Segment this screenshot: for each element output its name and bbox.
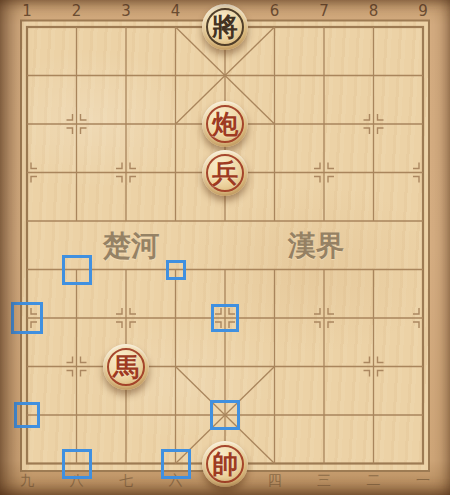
highlight-square-4-9[interactable] bbox=[161, 449, 191, 479]
river-text-han-jie: 漢界 bbox=[288, 227, 344, 265]
piece-character: 兵 bbox=[202, 150, 248, 196]
highlight-square-5-6[interactable] bbox=[211, 304, 239, 332]
red-general[interactable]: 帥 bbox=[202, 441, 248, 487]
river-label-left: 楚河 bbox=[103, 227, 159, 265]
river-text-chu-he: 楚河 bbox=[103, 227, 159, 265]
highlight-square-2-9[interactable] bbox=[62, 449, 92, 479]
xiangqi-board-screen: 123456789 楚河 漢界 將炮兵馬帥 九八七六五四三二一 bbox=[0, 0, 450, 495]
red-horse[interactable]: 馬 bbox=[103, 344, 149, 390]
highlight-square-4-5[interactable] bbox=[166, 260, 186, 280]
highlight-square-5-8[interactable] bbox=[210, 400, 240, 430]
highlight-square-1-6[interactable] bbox=[11, 302, 43, 334]
red-soldier[interactable]: 兵 bbox=[202, 150, 248, 196]
highlight-square-2-5[interactable] bbox=[62, 255, 92, 285]
red-cannon[interactable]: 炮 bbox=[202, 101, 248, 147]
black-general[interactable]: 將 bbox=[202, 4, 248, 50]
piece-character: 炮 bbox=[202, 101, 248, 147]
piece-character: 帥 bbox=[202, 441, 248, 487]
piece-character: 將 bbox=[202, 4, 248, 50]
highlight-square-1-8[interactable] bbox=[14, 402, 40, 428]
piece-character: 馬 bbox=[103, 344, 149, 390]
river-label-right: 漢界 bbox=[288, 227, 344, 265]
